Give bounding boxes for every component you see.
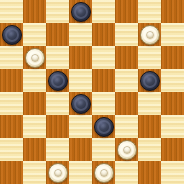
white-man-c1[interactable] xyxy=(48,163,68,183)
square-f7[interactable] xyxy=(115,23,138,46)
square-e1[interactable] xyxy=(92,161,115,184)
square-a5[interactable] xyxy=(0,69,23,92)
square-d1[interactable] xyxy=(69,161,92,184)
square-f8[interactable] xyxy=(115,0,138,23)
square-e4[interactable] xyxy=(92,92,115,115)
square-a4[interactable] xyxy=(0,92,23,115)
square-d8[interactable] xyxy=(69,0,92,23)
black-man-c5[interactable] xyxy=(48,71,68,91)
square-d2[interactable] xyxy=(69,138,92,161)
square-c5[interactable] xyxy=(46,69,69,92)
black-man-e3[interactable] xyxy=(94,117,114,137)
square-f3[interactable] xyxy=(115,115,138,138)
square-b6[interactable] xyxy=(23,46,46,69)
square-c8[interactable] xyxy=(46,0,69,23)
square-f6[interactable] xyxy=(115,46,138,69)
square-h6[interactable] xyxy=(161,46,184,69)
black-man-d8[interactable] xyxy=(71,2,91,22)
square-g1[interactable] xyxy=(138,161,161,184)
square-f2[interactable] xyxy=(115,138,138,161)
square-e7[interactable] xyxy=(92,23,115,46)
square-b8[interactable] xyxy=(23,0,46,23)
square-d7[interactable] xyxy=(69,23,92,46)
square-e3[interactable] xyxy=(92,115,115,138)
square-e2[interactable] xyxy=(92,138,115,161)
square-d6[interactable] xyxy=(69,46,92,69)
square-g3[interactable] xyxy=(138,115,161,138)
white-man-f2[interactable] xyxy=(117,140,137,160)
square-h5[interactable] xyxy=(161,69,184,92)
square-f4[interactable] xyxy=(115,92,138,115)
square-c2[interactable] xyxy=(46,138,69,161)
square-b1[interactable] xyxy=(23,161,46,184)
square-b4[interactable] xyxy=(23,92,46,115)
square-a2[interactable] xyxy=(0,138,23,161)
black-man-d4[interactable] xyxy=(71,94,91,114)
square-g8[interactable] xyxy=(138,0,161,23)
square-h2[interactable] xyxy=(161,138,184,161)
square-a8[interactable] xyxy=(0,0,23,23)
square-a3[interactable] xyxy=(0,115,23,138)
square-c4[interactable] xyxy=(46,92,69,115)
square-a1[interactable] xyxy=(0,161,23,184)
square-g7[interactable] xyxy=(138,23,161,46)
square-b2[interactable] xyxy=(23,138,46,161)
white-man-g7[interactable] xyxy=(140,25,160,45)
white-man-e1[interactable] xyxy=(94,163,114,183)
square-f5[interactable] xyxy=(115,69,138,92)
square-e5[interactable] xyxy=(92,69,115,92)
square-c1[interactable] xyxy=(46,161,69,184)
square-d4[interactable] xyxy=(69,92,92,115)
square-h3[interactable] xyxy=(161,115,184,138)
square-a7[interactable] xyxy=(0,23,23,46)
square-g5[interactable] xyxy=(138,69,161,92)
square-e6[interactable] xyxy=(92,46,115,69)
square-d3[interactable] xyxy=(69,115,92,138)
square-c7[interactable] xyxy=(46,23,69,46)
square-g6[interactable] xyxy=(138,46,161,69)
square-b7[interactable] xyxy=(23,23,46,46)
square-d5[interactable] xyxy=(69,69,92,92)
square-g2[interactable] xyxy=(138,138,161,161)
square-g4[interactable] xyxy=(138,92,161,115)
square-b5[interactable] xyxy=(23,69,46,92)
square-e8[interactable] xyxy=(92,0,115,23)
square-h7[interactable] xyxy=(161,23,184,46)
square-c6[interactable] xyxy=(46,46,69,69)
white-man-b6[interactable] xyxy=(25,48,45,68)
square-h8[interactable] xyxy=(161,0,184,23)
square-b3[interactable] xyxy=(23,115,46,138)
square-f1[interactable] xyxy=(115,161,138,184)
black-man-a7[interactable] xyxy=(2,25,22,45)
square-c3[interactable] xyxy=(46,115,69,138)
black-man-g5[interactable] xyxy=(140,71,160,91)
square-a6[interactable] xyxy=(0,46,23,69)
square-h1[interactable] xyxy=(161,161,184,184)
checkers-board xyxy=(0,0,184,184)
square-h4[interactable] xyxy=(161,92,184,115)
